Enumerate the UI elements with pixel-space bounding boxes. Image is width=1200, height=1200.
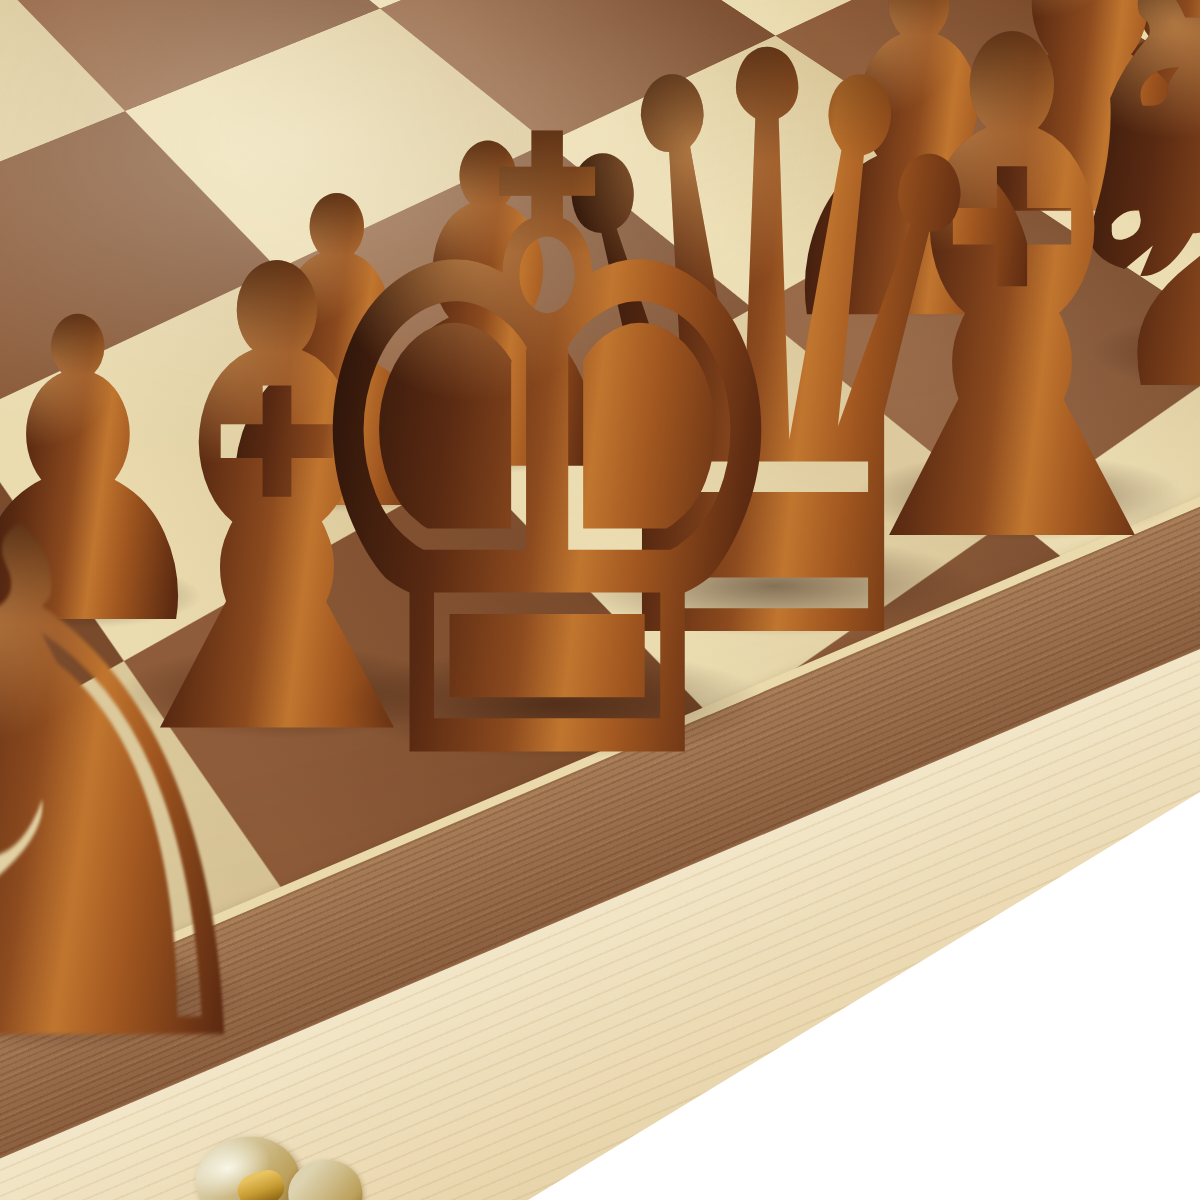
chess-set-photo: ♟♟♟♞♟♟♝♛♟♝♚♞: [0, 0, 1200, 1200]
piece-g8-knight[interactable]: ♞: [0, 442, 329, 1142]
piece-e8-king[interactable]: ♚: [273, 33, 822, 883]
